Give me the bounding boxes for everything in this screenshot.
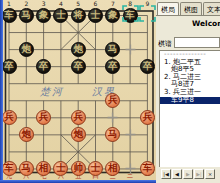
- piece-black-5-0[interactable]: 将: [71, 8, 86, 23]
- move-origin-cross: [125, 40, 136, 59]
- piece-red-1-9[interactable]: 车: [2, 161, 17, 176]
- piece-black-2-0[interactable]: 马: [19, 8, 34, 23]
- piece-red-2-9[interactable]: 马: [19, 161, 34, 176]
- piece-red-4-9[interactable]: 士: [53, 161, 68, 176]
- nav-button-4[interactable]: ×: [205, 169, 215, 179]
- piece-red-7-9[interactable]: 相: [105, 161, 120, 176]
- side-panel: 棋局棋图文本 Welcome 棋谱 --------------1. 炮二平五炮…: [156, 0, 220, 183]
- tab-棋局[interactable]: 棋局: [157, 2, 179, 15]
- window-border-bottom: [0, 180, 156, 183]
- piece-red-7-5[interactable]: 兵: [105, 93, 120, 108]
- move-list[interactable]: --------------1. 炮二平五炮8平52. 马二进三马8进73. 兵…: [159, 50, 220, 167]
- nav-button-0[interactable]: |◀: [161, 169, 171, 179]
- welcome-text: Welcome: [192, 19, 220, 28]
- window-border-left: [0, 0, 3, 183]
- board-intersections: 车马象士将士象车炮炮马卒卒卒卒卒兵兵兵兵兵炮炮马车马相士帅士相车: [0, 7, 156, 177]
- piece-black-3-3[interactable]: 卒: [36, 59, 51, 74]
- piece-black-2-2[interactable]: 炮: [19, 42, 34, 57]
- tab-文本[interactable]: 文本: [203, 2, 220, 15]
- nav-button-2[interactable]: ▶: [183, 169, 193, 179]
- tab-strip: 棋局棋图文本: [157, 2, 220, 15]
- piece-red-1-6[interactable]: 兵: [2, 110, 17, 125]
- tab-棋图[interactable]: 棋图: [180, 2, 202, 15]
- nav-button-3[interactable]: ▶|: [194, 169, 204, 179]
- piece-black-3-0[interactable]: 象: [36, 8, 51, 23]
- piece-black-7-3[interactable]: 卒: [105, 59, 120, 74]
- piece-red-3-9[interactable]: 相: [36, 161, 51, 176]
- last-move-bracket: [139, 5, 156, 26]
- piece-black-6-0[interactable]: 士: [88, 8, 103, 23]
- move-origin-cross: [125, 159, 136, 178]
- nav-buttons: |◀◀▶▶|×: [161, 169, 215, 179]
- piece-red-6-9[interactable]: 士: [88, 161, 103, 176]
- piece-red-5-7[interactable]: 炮: [71, 127, 86, 142]
- piece-red-9-6[interactable]: 兵: [140, 110, 155, 125]
- piece-red-2-7[interactable]: 炮: [19, 127, 34, 142]
- piece-black-1-3[interactable]: 卒: [2, 59, 17, 74]
- nav-button-1[interactable]: ◀: [172, 169, 182, 179]
- piece-red-7-7[interactable]: 马: [105, 127, 120, 142]
- move-origin-cross: [107, 108, 118, 127]
- record-combo-input[interactable]: [174, 37, 220, 48]
- record-label: 棋谱: [158, 39, 172, 49]
- piece-black-9-3[interactable]: 卒: [140, 59, 155, 74]
- piece-red-5-6[interactable]: 兵: [71, 110, 86, 125]
- move-origin-cross: [125, 125, 136, 144]
- piece-black-4-0[interactable]: 士: [53, 8, 68, 23]
- move-list-item[interactable]: 车9平8: [160, 97, 220, 105]
- xiangqi-board: 123456789 九八七六五四三二一 楚河 汉界 车马象士将士象车炮炮马卒卒卒…: [3, 0, 156, 180]
- piece-black-5-3[interactable]: 卒: [71, 59, 86, 74]
- piece-red-3-6[interactable]: 兵: [36, 110, 51, 125]
- piece-black-8-0[interactable]: 车: [123, 8, 138, 23]
- piece-black-5-2[interactable]: 炮: [71, 42, 86, 57]
- piece-black-7-0[interactable]: 象: [105, 8, 120, 23]
- piece-red-5-9[interactable]: 帅: [71, 161, 86, 176]
- piece-black-7-2[interactable]: 马: [105, 42, 120, 57]
- piece-red-9-9[interactable]: 车: [140, 161, 155, 176]
- piece-black-1-0[interactable]: 车: [2, 8, 17, 23]
